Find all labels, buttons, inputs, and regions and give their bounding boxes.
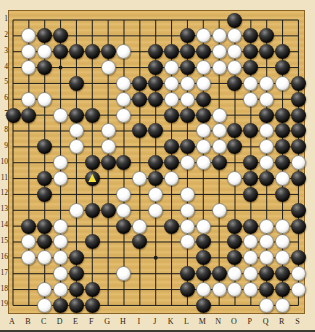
- stone-O8: [227, 123, 242, 138]
- stone-E13: [69, 203, 84, 218]
- stone-K10: [164, 155, 179, 170]
- stone-C2: [37, 28, 52, 43]
- row-label-6: 6: [0, 94, 8, 102]
- last-move-triangle-marker: [88, 174, 96, 182]
- stone-S5: [291, 76, 306, 91]
- stone-F19: [85, 298, 100, 313]
- row-label-17: 17: [0, 269, 8, 277]
- row-label-12: 12: [0, 189, 8, 197]
- stone-J5: [148, 76, 163, 91]
- stone-S7: [291, 108, 306, 123]
- stone-E7: [69, 108, 84, 123]
- stone-J6: [148, 92, 163, 107]
- stone-S11: [291, 171, 306, 186]
- stone-F11: [85, 171, 100, 186]
- stone-R12: [275, 187, 290, 202]
- stone-O1: [227, 13, 242, 28]
- stone-N10: [212, 155, 227, 170]
- stone-N4: [212, 60, 227, 75]
- stone-O16: [227, 250, 242, 265]
- stone-S16: [291, 250, 306, 265]
- column-label-I: I: [134, 317, 144, 326]
- stone-L7: [180, 108, 195, 123]
- stone-H13: [116, 203, 131, 218]
- stone-I8: [132, 123, 147, 138]
- stone-E8: [69, 123, 84, 138]
- stone-R3: [275, 44, 290, 59]
- stone-L4: [180, 60, 195, 75]
- stone-L10: [180, 155, 195, 170]
- stone-E5: [69, 76, 84, 91]
- column-label-A: A: [7, 317, 17, 326]
- stone-H12: [116, 187, 131, 202]
- stone-P12: [243, 187, 258, 202]
- row-label-19: 19: [0, 300, 8, 308]
- row-label-13: 13: [0, 205, 8, 213]
- stone-Q18: [259, 282, 274, 297]
- stone-R11: [275, 171, 290, 186]
- stone-G10: [101, 155, 116, 170]
- stone-K7: [164, 108, 179, 123]
- stone-E16: [69, 250, 84, 265]
- stone-N17: [212, 266, 227, 281]
- stone-M8: [196, 123, 211, 138]
- stone-M16: [196, 250, 211, 265]
- column-label-J: J: [150, 317, 160, 326]
- row-label-2: 2: [0, 31, 8, 39]
- column-label-R: R: [277, 317, 287, 326]
- stone-R14: [275, 219, 290, 234]
- stone-S13: [291, 203, 306, 218]
- row-label-4: 4: [0, 63, 8, 71]
- stone-S14: [291, 219, 306, 234]
- stone-B6: [21, 92, 36, 107]
- stone-Q16: [259, 250, 274, 265]
- stone-J10: [148, 155, 163, 170]
- stone-O17: [227, 266, 242, 281]
- stone-P11: [243, 171, 258, 186]
- stone-N18: [212, 282, 227, 297]
- stone-R9: [275, 139, 290, 154]
- stone-O15: [227, 234, 242, 249]
- stone-S18: [291, 282, 306, 297]
- row-label-1: 1: [0, 15, 8, 23]
- stone-I6: [132, 92, 147, 107]
- stone-D19: [53, 298, 68, 313]
- stone-L6: [180, 92, 195, 107]
- row-label-9: 9: [0, 142, 8, 150]
- stone-D16: [53, 250, 68, 265]
- column-label-M: M: [197, 317, 207, 326]
- column-label-H: H: [118, 317, 128, 326]
- stone-K3: [164, 44, 179, 59]
- row-label-15: 15: [0, 237, 8, 245]
- stone-P14: [243, 219, 258, 234]
- column-label-K: K: [166, 317, 176, 326]
- stone-O14: [227, 219, 242, 234]
- stone-Q11: [259, 171, 274, 186]
- stone-B15: [21, 234, 36, 249]
- stone-O4: [227, 60, 242, 75]
- row-label-10: 10: [0, 158, 8, 166]
- row-label-16: 16: [0, 253, 8, 261]
- column-label-G: G: [102, 317, 112, 326]
- stone-B14: [21, 219, 36, 234]
- stone-I15: [132, 234, 147, 249]
- stone-R16: [275, 250, 290, 265]
- stone-H17: [116, 266, 131, 281]
- stone-C9: [37, 139, 52, 154]
- stone-M19: [196, 298, 211, 313]
- stone-L18: [180, 282, 195, 297]
- stone-R10: [275, 155, 290, 170]
- stone-Q7: [259, 108, 274, 123]
- stone-G8: [101, 123, 116, 138]
- stone-P17: [243, 266, 258, 281]
- stone-M15: [196, 234, 211, 249]
- stone-C19: [37, 298, 52, 313]
- stone-H6: [116, 92, 131, 107]
- row-label-7: 7: [0, 110, 8, 118]
- stone-G9: [101, 139, 116, 154]
- column-label-B: B: [23, 317, 33, 326]
- go-board[interactable]: [8, 10, 305, 314]
- stone-P10: [243, 155, 258, 170]
- stone-H5: [116, 76, 131, 91]
- column-label-N: N: [213, 317, 223, 326]
- stone-M18: [196, 282, 211, 297]
- stones-layer[interactable]: [9, 11, 304, 313]
- stone-F7: [85, 108, 100, 123]
- stone-D17: [53, 266, 68, 281]
- stone-Q15: [259, 234, 274, 249]
- stone-R4: [275, 60, 290, 75]
- stone-M7: [196, 108, 211, 123]
- stone-F10: [85, 155, 100, 170]
- stone-L2: [180, 28, 195, 43]
- stone-F18: [85, 282, 100, 297]
- stone-P5: [243, 76, 258, 91]
- column-label-L: L: [181, 317, 191, 326]
- stone-O18: [227, 282, 242, 297]
- stone-P15: [243, 234, 258, 249]
- column-label-O: O: [229, 317, 239, 326]
- stone-M14: [196, 219, 211, 234]
- column-label-F: F: [86, 317, 96, 326]
- stone-S6: [291, 92, 306, 107]
- stone-Q2: [259, 28, 274, 43]
- column-label-E: E: [70, 317, 80, 326]
- stone-D14: [53, 219, 68, 234]
- stone-S17: [291, 266, 306, 281]
- stone-O9: [227, 139, 242, 154]
- stone-N3: [212, 44, 227, 59]
- stone-R19: [275, 298, 290, 313]
- row-label-11: 11: [0, 174, 8, 182]
- stone-F15: [85, 234, 100, 249]
- stone-J12: [148, 187, 163, 202]
- stone-L3: [180, 44, 195, 59]
- stone-D7: [53, 108, 68, 123]
- stone-C4: [37, 60, 52, 75]
- stone-J3: [148, 44, 163, 59]
- stone-I14: [132, 219, 147, 234]
- stone-B16: [21, 250, 36, 265]
- stone-Q19: [259, 298, 274, 313]
- stone-Q9: [259, 139, 274, 154]
- stone-K11: [164, 171, 179, 186]
- row-label-3: 3: [0, 47, 8, 55]
- stone-M10: [196, 155, 211, 170]
- stone-R17: [275, 266, 290, 281]
- stone-P4: [243, 60, 258, 75]
- stone-D15: [53, 234, 68, 249]
- stone-C11: [37, 171, 52, 186]
- row-label-5: 5: [0, 78, 8, 86]
- row-label-18: 18: [0, 285, 8, 293]
- stone-Q6: [259, 92, 274, 107]
- stone-P8: [243, 123, 258, 138]
- stone-K4: [164, 60, 179, 75]
- stone-K9: [164, 139, 179, 154]
- stone-L14: [180, 219, 195, 234]
- stone-D2: [53, 28, 68, 43]
- stone-H3: [116, 44, 131, 59]
- stone-C6: [37, 92, 52, 107]
- stone-M3: [196, 44, 211, 59]
- column-label-S: S: [292, 317, 302, 326]
- stone-N13: [212, 203, 227, 218]
- stone-E18: [69, 282, 84, 297]
- stone-P6: [243, 92, 258, 107]
- stone-O2: [227, 28, 242, 43]
- stone-J8: [148, 123, 163, 138]
- stone-L9: [180, 139, 195, 154]
- stone-Q5: [259, 76, 274, 91]
- stone-P18: [243, 282, 258, 297]
- row-label-14: 14: [0, 221, 8, 229]
- stone-S9: [291, 139, 306, 154]
- stone-B7: [21, 108, 36, 123]
- column-label-D: D: [55, 317, 65, 326]
- stone-G3: [101, 44, 116, 59]
- stone-E19: [69, 298, 84, 313]
- stone-C12: [37, 187, 52, 202]
- stone-B3: [21, 44, 36, 59]
- stone-G13: [101, 203, 116, 218]
- stone-M17: [196, 266, 211, 281]
- stone-R7: [275, 108, 290, 123]
- stone-J4: [148, 60, 163, 75]
- stone-L12: [180, 187, 195, 202]
- go-board-window: 12345678910111213141516171819 ABCDEFGHIJ…: [0, 0, 315, 332]
- column-label-Q: Q: [261, 317, 271, 326]
- stone-P2: [243, 28, 258, 43]
- stone-R8: [275, 123, 290, 138]
- stone-O5: [227, 76, 242, 91]
- stone-P16: [243, 250, 258, 265]
- stone-L13: [180, 203, 195, 218]
- stone-M4: [196, 60, 211, 75]
- stone-O3: [227, 44, 242, 59]
- stone-B2: [21, 28, 36, 43]
- stone-D18: [53, 282, 68, 297]
- stone-C16: [37, 250, 52, 265]
- column-label-P: P: [245, 317, 255, 326]
- stone-H14: [116, 219, 131, 234]
- stone-N9: [212, 139, 227, 154]
- stone-M6: [196, 92, 211, 107]
- stone-S10: [291, 155, 306, 170]
- stone-D10: [53, 155, 68, 170]
- stone-N8: [212, 123, 227, 138]
- stone-N2: [212, 28, 227, 43]
- stone-C15: [37, 234, 52, 249]
- stone-Q14: [259, 219, 274, 234]
- stone-E9: [69, 139, 84, 154]
- stone-P3: [243, 44, 258, 59]
- stone-E17: [69, 266, 84, 281]
- stone-R15: [275, 234, 290, 249]
- stone-F13: [85, 203, 100, 218]
- stone-M2: [196, 28, 211, 43]
- stone-E3: [69, 44, 84, 59]
- stone-D3: [53, 44, 68, 59]
- stone-J11: [148, 171, 163, 186]
- stone-D11: [53, 171, 68, 186]
- stone-K6: [164, 92, 179, 107]
- stone-R5: [275, 76, 290, 91]
- stone-M9: [196, 139, 211, 154]
- stone-I5: [132, 76, 147, 91]
- stone-S8: [291, 123, 306, 138]
- stone-C3: [37, 44, 52, 59]
- stone-B4: [21, 60, 36, 75]
- stone-Q8: [259, 123, 274, 138]
- stone-N7: [212, 108, 227, 123]
- stone-G4: [101, 60, 116, 75]
- stone-Q17: [259, 266, 274, 281]
- stone-Q10: [259, 155, 274, 170]
- stone-J13: [148, 203, 163, 218]
- stone-M5: [196, 76, 211, 91]
- column-label-C: C: [39, 317, 49, 326]
- stone-F3: [85, 44, 100, 59]
- stone-L5: [180, 76, 195, 91]
- stone-C18: [37, 282, 52, 297]
- stone-C14: [37, 219, 52, 234]
- stone-Q3: [259, 44, 274, 59]
- stone-L17: [180, 266, 195, 281]
- stone-O11: [227, 171, 242, 186]
- stone-R18: [275, 282, 290, 297]
- stone-K5: [164, 76, 179, 91]
- stone-H7: [116, 108, 131, 123]
- stone-H10: [116, 155, 131, 170]
- stone-I11: [132, 171, 147, 186]
- stone-L15: [180, 234, 195, 249]
- stone-K14: [164, 219, 179, 234]
- row-label-8: 8: [0, 126, 8, 134]
